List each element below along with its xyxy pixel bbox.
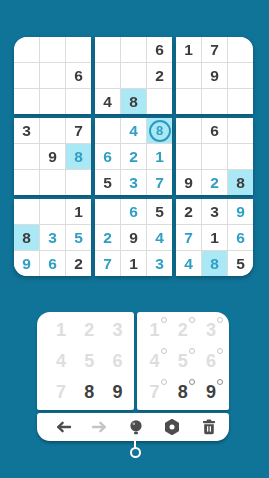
keypad-normal: 123456789 bbox=[37, 312, 134, 410]
key-digit: 1 bbox=[56, 321, 66, 339]
cell-r3c2[interactable] bbox=[40, 89, 65, 114]
gear-icon bbox=[162, 417, 182, 437]
cell-r8c2[interactable]: 3 bbox=[40, 225, 65, 250]
cell-r4c4[interactable] bbox=[95, 118, 120, 143]
key-5[interactable]: 5 bbox=[75, 345, 103, 376]
arrow-right-icon bbox=[89, 417, 110, 437]
cell-r8c5[interactable]: 9 bbox=[121, 225, 146, 250]
cell-r9c6[interactable]: 3 bbox=[147, 251, 172, 276]
cell-r4c6[interactable]: 8 bbox=[147, 118, 172, 143]
redo-button[interactable] bbox=[88, 415, 112, 439]
key-2[interactable]: 2 bbox=[75, 314, 103, 345]
note-key-5[interactable]: 5 bbox=[169, 345, 197, 376]
note-key-2[interactable]: 2 bbox=[169, 314, 197, 345]
cell-r1c3[interactable] bbox=[66, 37, 91, 62]
board-box: 6928 bbox=[176, 118, 253, 195]
cell-r1c7[interactable]: 1 bbox=[176, 37, 201, 62]
key-digit: 7 bbox=[150, 383, 160, 401]
note-ring-icon bbox=[189, 348, 195, 354]
cell-r4c7[interactable] bbox=[176, 118, 201, 143]
cell-r2c5[interactable] bbox=[121, 63, 146, 88]
cell-r5c5[interactable]: 2 bbox=[121, 144, 146, 169]
note-ring-icon bbox=[161, 379, 167, 385]
board-box: 48621537 bbox=[95, 118, 172, 195]
cell-r7c6[interactable]: 5 bbox=[147, 199, 172, 224]
note-key-4[interactable]: 4 bbox=[141, 345, 169, 376]
cell-r6c1[interactable] bbox=[14, 170, 39, 195]
lightbulb-icon bbox=[126, 417, 146, 437]
cell-r3c4[interactable]: 4 bbox=[95, 89, 120, 114]
toolbar bbox=[37, 413, 229, 441]
cell-r5c7[interactable] bbox=[176, 144, 201, 169]
cell-r3c5[interactable]: 8 bbox=[121, 89, 146, 114]
note-key-7[interactable]: 7 bbox=[141, 377, 169, 408]
cell-r3c6[interactable] bbox=[147, 89, 172, 114]
cell-r4c3[interactable]: 7 bbox=[66, 118, 91, 143]
cell-r3c1[interactable] bbox=[14, 89, 39, 114]
selected-cell-ring: 8 bbox=[149, 120, 171, 142]
cell-r7c9[interactable]: 9 bbox=[228, 199, 253, 224]
key-digit: 6 bbox=[206, 352, 216, 370]
cell-r6c5[interactable]: 3 bbox=[121, 170, 146, 195]
board-box: 1835962 bbox=[14, 199, 91, 276]
cell-r5c8[interactable] bbox=[202, 144, 227, 169]
note-ring-icon bbox=[189, 317, 195, 323]
key-digit: 8 bbox=[84, 383, 94, 401]
cell-r4c8[interactable]: 6 bbox=[202, 118, 227, 143]
trash-icon bbox=[199, 417, 219, 437]
cell-r7c3[interactable]: 1 bbox=[66, 199, 91, 224]
cell-r7c8[interactable]: 3 bbox=[202, 199, 227, 224]
key-9[interactable]: 9 bbox=[103, 377, 131, 408]
cell-r8c9[interactable]: 6 bbox=[228, 225, 253, 250]
note-ring-icon bbox=[161, 317, 167, 323]
cell-r6c8[interactable]: 2 bbox=[202, 170, 227, 195]
key-digit: 3 bbox=[206, 321, 216, 339]
board-box: 65294713 bbox=[95, 199, 172, 276]
note-ring-icon bbox=[217, 379, 223, 385]
note-key-1[interactable]: 1 bbox=[141, 314, 169, 345]
key-digit: 3 bbox=[112, 321, 122, 339]
key-8[interactable]: 8 bbox=[75, 377, 103, 408]
cell-r2c7[interactable] bbox=[176, 63, 201, 88]
cell-r9c9[interactable]: 5 bbox=[228, 251, 253, 276]
cell-r9c3[interactable]: 2 bbox=[66, 251, 91, 276]
cell-r3c8[interactable] bbox=[202, 89, 227, 114]
cell-r3c7[interactable] bbox=[176, 89, 201, 114]
cell-r9c8[interactable]: 8 bbox=[202, 251, 227, 276]
note-key-9[interactable]: 9 bbox=[197, 377, 225, 408]
note-ring-icon bbox=[161, 348, 167, 354]
cell-r8c1[interactable]: 8 bbox=[14, 225, 39, 250]
board-box: 3798 bbox=[14, 118, 91, 195]
hint-button[interactable] bbox=[124, 415, 148, 439]
cell-r8c7[interactable]: 7 bbox=[176, 225, 201, 250]
cell-r8c4[interactable]: 2 bbox=[95, 225, 120, 250]
cell-r4c1[interactable]: 3 bbox=[14, 118, 39, 143]
cell-r1c5[interactable] bbox=[121, 37, 146, 62]
board-box: 6248 bbox=[95, 37, 172, 114]
note-key-8[interactable]: 8 bbox=[169, 377, 197, 408]
key-digit: 4 bbox=[150, 352, 160, 370]
cell-r6c9[interactable]: 8 bbox=[228, 170, 253, 195]
key-1[interactable]: 1 bbox=[47, 314, 75, 345]
settings-button[interactable] bbox=[160, 415, 184, 439]
sudoku-board: 6624817937984862153769281835962652947132… bbox=[14, 37, 253, 276]
cell-r1c4[interactable] bbox=[95, 37, 120, 62]
cell-r5c2[interactable]: 9 bbox=[40, 144, 65, 169]
note-ring-icon bbox=[189, 379, 195, 385]
board-box: 239716485 bbox=[176, 199, 253, 276]
key-4[interactable]: 4 bbox=[47, 345, 75, 376]
key-digit: 9 bbox=[112, 383, 122, 401]
key-digit: 9 bbox=[206, 383, 216, 401]
board-box: 6 bbox=[14, 37, 91, 114]
key-digit: 5 bbox=[178, 352, 188, 370]
cell-r6c4[interactable]: 5 bbox=[95, 170, 120, 195]
cell-r6c7[interactable]: 9 bbox=[176, 170, 201, 195]
cell-r5c1[interactable] bbox=[14, 144, 39, 169]
key-digit: 6 bbox=[112, 352, 122, 370]
key-6[interactable]: 6 bbox=[103, 345, 131, 376]
cell-r1c1[interactable] bbox=[14, 37, 39, 62]
cell-r6c2[interactable] bbox=[40, 170, 65, 195]
cell-r5c4[interactable]: 6 bbox=[95, 144, 120, 169]
cell-r4c5[interactable]: 4 bbox=[121, 118, 146, 143]
board-box: 179 bbox=[176, 37, 253, 114]
cell-r7c7[interactable]: 2 bbox=[176, 199, 201, 224]
key-digit: 4 bbox=[56, 352, 66, 370]
cell-r4c2[interactable] bbox=[40, 118, 65, 143]
cell-r9c2[interactable]: 6 bbox=[40, 251, 65, 276]
cell-r4c9[interactable] bbox=[228, 118, 253, 143]
cell-r3c9[interactable] bbox=[228, 89, 253, 114]
cell-r2c1[interactable] bbox=[14, 63, 39, 88]
cell-r7c2[interactable] bbox=[40, 199, 65, 224]
key-3[interactable]: 3 bbox=[103, 314, 131, 345]
cell-r1c8[interactable]: 7 bbox=[202, 37, 227, 62]
keypad-notes: 123456789 bbox=[137, 312, 230, 410]
arrow-left-icon bbox=[53, 417, 74, 437]
cell-r9c1[interactable]: 9 bbox=[14, 251, 39, 276]
delete-button[interactable] bbox=[197, 415, 221, 439]
note-ring-icon bbox=[217, 348, 223, 354]
undo-button[interactable] bbox=[51, 415, 75, 439]
key-7[interactable]: 7 bbox=[47, 377, 75, 408]
cell-r5c3[interactable]: 8 bbox=[66, 144, 91, 169]
cell-r6c3[interactable] bbox=[66, 170, 91, 195]
cell-r2c8[interactable]: 9 bbox=[202, 63, 227, 88]
cell-r8c8[interactable]: 1 bbox=[202, 225, 227, 250]
cell-r2c2[interactable] bbox=[40, 63, 65, 88]
cell-r8c3[interactable]: 5 bbox=[66, 225, 91, 250]
cell-r5c9[interactable] bbox=[228, 144, 253, 169]
key-digit: 7 bbox=[56, 383, 66, 401]
note-key-6[interactable]: 6 bbox=[197, 345, 225, 376]
cell-r7c4[interactable] bbox=[95, 199, 120, 224]
cell-r3c3[interactable] bbox=[66, 89, 91, 114]
cell-r2c3[interactable]: 6 bbox=[66, 63, 91, 88]
sudoku-app-screen: 6624817937984862153769281835962652947132… bbox=[0, 0, 269, 478]
cell-r7c1[interactable] bbox=[14, 199, 39, 224]
key-digit: 1 bbox=[150, 321, 160, 339]
cell-r5c6[interactable]: 1 bbox=[147, 144, 172, 169]
cell-r9c7[interactable]: 4 bbox=[176, 251, 201, 276]
key-digit: 2 bbox=[178, 321, 188, 339]
cell-r9c5[interactable]: 1 bbox=[121, 251, 146, 276]
cell-r8c6[interactable]: 4 bbox=[147, 225, 172, 250]
cell-r1c9[interactable] bbox=[228, 37, 253, 62]
drag-handle[interactable] bbox=[130, 447, 141, 458]
cell-r9c4[interactable]: 7 bbox=[95, 251, 120, 276]
keypads: 123456789 123456789 bbox=[37, 312, 229, 410]
note-ring-icon bbox=[217, 317, 223, 323]
cell-r2c9[interactable] bbox=[228, 63, 253, 88]
cell-r1c2[interactable] bbox=[40, 37, 65, 62]
cell-r7c5[interactable]: 6 bbox=[121, 199, 146, 224]
cell-r2c4[interactable] bbox=[95, 63, 120, 88]
note-key-3[interactable]: 3 bbox=[197, 314, 225, 345]
cell-r1c6[interactable]: 6 bbox=[147, 37, 172, 62]
cell-r2c6[interactable]: 2 bbox=[147, 63, 172, 88]
cell-r6c6[interactable]: 7 bbox=[147, 170, 172, 195]
key-digit: 2 bbox=[84, 321, 94, 339]
key-digit: 8 bbox=[178, 383, 188, 401]
key-digit: 5 bbox=[84, 352, 94, 370]
